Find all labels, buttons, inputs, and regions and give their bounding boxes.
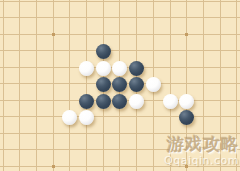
grid-line-horizontal bbox=[0, 116, 240, 117]
black-stone bbox=[112, 77, 127, 92]
grid-line-vertical bbox=[53, 0, 54, 171]
white-stone bbox=[79, 110, 94, 125]
grid-line-horizontal bbox=[0, 34, 240, 35]
white-stone bbox=[179, 94, 194, 109]
watermark-site-url: Qqaiqin.com bbox=[164, 155, 239, 166]
black-stone bbox=[112, 94, 127, 109]
grid-line-vertical bbox=[3, 0, 4, 171]
grid-line-vertical bbox=[86, 0, 87, 171]
star-point bbox=[52, 165, 55, 168]
star-point bbox=[185, 33, 188, 36]
black-stone bbox=[79, 94, 94, 109]
grid-line-horizontal bbox=[0, 1, 240, 2]
black-stone bbox=[129, 61, 144, 76]
white-stone bbox=[62, 110, 77, 125]
white-stone bbox=[129, 94, 144, 109]
white-stone bbox=[112, 61, 127, 76]
black-stone bbox=[96, 77, 111, 92]
watermark: 游戏攻略 Qqaiqin.com bbox=[164, 136, 239, 166]
black-stone bbox=[129, 77, 144, 92]
grid-line-horizontal bbox=[0, 17, 240, 18]
white-stone bbox=[163, 94, 178, 109]
black-stone bbox=[179, 110, 194, 125]
black-stone bbox=[96, 94, 111, 109]
white-stone bbox=[146, 77, 161, 92]
white-stone bbox=[79, 61, 94, 76]
grid-line-vertical bbox=[36, 0, 37, 171]
grid-line-vertical bbox=[19, 0, 20, 171]
grid-line-horizontal bbox=[0, 50, 240, 51]
gomoku-board[interactable]: 游戏攻略 Qqaiqin.com bbox=[0, 0, 240, 171]
star-point bbox=[52, 33, 55, 36]
watermark-title: 游戏攻略 bbox=[164, 136, 239, 153]
black-stone bbox=[96, 44, 111, 59]
white-stone bbox=[96, 61, 111, 76]
grid-line-vertical bbox=[69, 0, 70, 171]
